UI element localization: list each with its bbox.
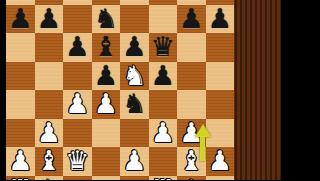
square-g7[interactable]: ♟ [177, 5, 206, 34]
square-a3[interactable] [6, 119, 35, 148]
piece-black-pawn[interactable]: ♟ [37, 5, 61, 34]
piece-white-pawn[interactable]: ♟ [37, 119, 61, 148]
square-e6[interactable]: ♟ [120, 33, 149, 62]
piece-black-pawn[interactable]: ♟ [94, 62, 118, 91]
square-d1[interactable] [92, 176, 121, 181]
square-c5[interactable] [63, 62, 92, 91]
square-h5[interactable] [206, 62, 235, 91]
square-a5[interactable] [6, 62, 35, 91]
square-g6[interactable] [177, 33, 206, 62]
square-a1[interactable]: ♜ [6, 176, 35, 181]
piece-white-king[interactable]: ♚ [179, 176, 203, 181]
square-e3[interactable] [120, 119, 149, 148]
square-g5[interactable] [177, 62, 206, 91]
square-a6[interactable] [6, 33, 35, 62]
piece-black-bishop[interactable]: ♝ [94, 33, 118, 62]
piece-black-pawn[interactable]: ♟ [151, 62, 175, 91]
square-b2[interactable]: ♝ [35, 147, 64, 176]
piece-black-pawn[interactable]: ♟ [122, 33, 146, 62]
piece-black-pawn[interactable]: ♟ [179, 5, 203, 34]
square-f2[interactable] [149, 147, 178, 176]
square-d4[interactable]: ♟ [92, 90, 121, 119]
square-a4[interactable] [6, 90, 35, 119]
move-arrow-shaft [200, 136, 205, 162]
piece-white-bishop[interactable]: ♝ [37, 147, 61, 176]
square-c1[interactable] [63, 176, 92, 181]
square-b5[interactable] [35, 62, 64, 91]
square-f7[interactable] [149, 5, 178, 34]
piece-black-pawn[interactable]: ♟ [65, 33, 89, 62]
piece-white-pawn[interactable]: ♟ [208, 147, 232, 176]
square-e7[interactable] [120, 5, 149, 34]
square-a2[interactable]: ♟ [6, 147, 35, 176]
square-b1[interactable]: ♞ [35, 176, 64, 181]
square-b3[interactable]: ♟ [35, 119, 64, 148]
square-b6[interactable] [35, 33, 64, 62]
piece-white-queen[interactable]: ♛ [65, 147, 89, 176]
square-e1[interactable] [120, 176, 149, 181]
square-h7[interactable]: ♟ [206, 5, 235, 34]
square-d7[interactable]: ♞ [92, 5, 121, 34]
square-d2[interactable] [92, 147, 121, 176]
square-d6[interactable]: ♝ [92, 33, 121, 62]
chess-video-frame: ♜♝♜♚♟♟♞♟♟♟♝♟♛♟♞♟♟♟♞♟♟♟♟♝♛♟♝♟♜♞♜♚ [0, 0, 320, 180]
piece-white-knight[interactable]: ♞ [37, 176, 61, 181]
square-f6[interactable]: ♛ [149, 33, 178, 62]
square-e2[interactable]: ♟ [120, 147, 149, 176]
square-h1[interactable] [206, 176, 235, 181]
square-h4[interactable] [206, 90, 235, 119]
square-h2[interactable]: ♟ [206, 147, 235, 176]
piece-black-pawn[interactable]: ♟ [208, 5, 232, 34]
piece-black-pawn[interactable]: ♟ [8, 5, 32, 34]
piece-black-knight[interactable]: ♞ [122, 90, 146, 119]
square-f4[interactable] [149, 90, 178, 119]
piece-white-pawn[interactable]: ♟ [122, 147, 146, 176]
square-c7[interactable] [63, 5, 92, 34]
square-f5[interactable]: ♟ [149, 62, 178, 91]
move-arrow-head [195, 124, 211, 137]
piece-white-rook[interactable]: ♜ [151, 176, 175, 181]
piece-white-pawn[interactable]: ♟ [94, 90, 118, 119]
piece-black-queen[interactable]: ♛ [151, 33, 175, 62]
square-b4[interactable] [35, 90, 64, 119]
square-d3[interactable] [92, 119, 121, 148]
square-c4[interactable]: ♟ [63, 90, 92, 119]
square-g1[interactable]: ♚ [177, 176, 206, 181]
square-c6[interactable]: ♟ [63, 33, 92, 62]
square-a7[interactable]: ♟ [6, 5, 35, 34]
square-e5[interactable]: ♞ [120, 62, 149, 91]
square-g4[interactable] [177, 90, 206, 119]
square-f1[interactable]: ♜ [149, 176, 178, 181]
square-b7[interactable]: ♟ [35, 5, 64, 34]
square-c2[interactable]: ♛ [63, 147, 92, 176]
square-e4[interactable]: ♞ [120, 90, 149, 119]
piece-white-pawn[interactable]: ♟ [65, 90, 89, 119]
piece-white-pawn[interactable]: ♟ [8, 147, 32, 176]
square-h6[interactable] [206, 33, 235, 62]
piece-white-rook[interactable]: ♜ [8, 176, 32, 181]
piece-black-knight[interactable]: ♞ [94, 5, 118, 34]
piece-white-knight[interactable]: ♞ [122, 62, 146, 91]
square-d5[interactable]: ♟ [92, 62, 121, 91]
square-f3[interactable]: ♟ [149, 119, 178, 148]
square-c3[interactable] [63, 119, 92, 148]
piece-white-pawn[interactable]: ♟ [151, 119, 175, 148]
